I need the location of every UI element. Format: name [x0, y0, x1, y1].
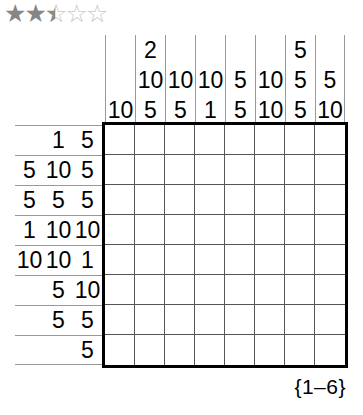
grid-cell-r8c7[interactable]	[285, 335, 315, 365]
grid-cell-r5c1[interactable]	[105, 245, 135, 275]
grid-cell-r1c8[interactable]	[315, 125, 345, 155]
row-clue-3: 555	[15, 185, 105, 215]
column-clue-6: 1010	[255, 35, 285, 125]
row-clue-2: 5105	[15, 155, 105, 185]
row-clue-cell: 5	[15, 156, 44, 185]
column-clue-4: 101	[195, 35, 225, 125]
star-empty-icon: ☆	[66, 1, 87, 27]
column-clue-cell	[196, 35, 225, 65]
column-clue-cell: 10	[256, 95, 285, 125]
row-clue-cell: 10	[44, 156, 73, 185]
column-clue-cell: 2	[136, 35, 165, 65]
grid-cell-r8c3[interactable]	[165, 335, 195, 365]
puzzle-grid	[102, 122, 348, 368]
column-clue-cell	[256, 35, 285, 65]
grid-cell-r2c1[interactable]	[105, 155, 135, 185]
grid-cell-r3c4[interactable]	[195, 185, 225, 215]
grid-cell-r1c1[interactable]	[105, 125, 135, 155]
grid-cell-r7c2[interactable]	[135, 305, 165, 335]
row-clue-cell: 5	[73, 126, 102, 155]
grid-cell-r2c2[interactable]	[135, 155, 165, 185]
row-clue-cell: 5	[44, 186, 73, 215]
column-clue-cell: 5	[136, 95, 165, 125]
grid-cell-r8c8[interactable]	[315, 335, 345, 365]
column-clue-cell	[106, 65, 135, 95]
column-clue-5: 55	[225, 35, 255, 125]
grid-cell-r1c3[interactable]	[165, 125, 195, 155]
row-clue-cell: 5	[15, 186, 44, 215]
column-clue-cell: 5	[286, 95, 315, 125]
row-clue-cell: 10	[73, 216, 102, 245]
column-clues: 102105105101551010555510	[105, 35, 345, 125]
grid-cell-r4c6[interactable]	[255, 215, 285, 245]
column-clue-cell: 5	[226, 95, 255, 125]
column-clue-cell: 1	[196, 95, 225, 125]
grid-cell-r4c2[interactable]	[135, 215, 165, 245]
grid-cell-r4c7[interactable]	[285, 215, 315, 245]
grid-cell-r6c6[interactable]	[255, 275, 285, 305]
column-clue-3: 105	[165, 35, 195, 125]
grid-cell-r6c1[interactable]	[105, 275, 135, 305]
column-clue-cell: 10	[196, 65, 225, 95]
grid-cell-r5c4[interactable]	[195, 245, 225, 275]
column-clue-cell	[226, 35, 255, 65]
row-clue-cell: 1	[44, 126, 73, 155]
column-clue-cell: 10	[136, 65, 165, 95]
row-clues: 1551055551101010101510555	[15, 125, 105, 365]
row-clue-cell: 10	[44, 216, 73, 245]
grid-cell-r6c3[interactable]	[165, 275, 195, 305]
column-clue-cell: 10	[166, 65, 195, 95]
grid-cell-r8c5[interactable]	[225, 335, 255, 365]
row-clue-5: 10101	[15, 245, 105, 275]
grid-cell-r5c3[interactable]	[165, 245, 195, 275]
star-half-icon: ☆★	[45, 1, 66, 27]
column-clue-cell: 5	[286, 35, 315, 65]
grid-cell-r8c4[interactable]	[195, 335, 225, 365]
row-clue-cell: 5	[73, 306, 102, 335]
column-clue-8: 510	[315, 35, 345, 125]
row-clue-cell: 10	[15, 246, 44, 275]
grid-cell-r7c5[interactable]	[225, 305, 255, 335]
row-clue-cell: 5	[44, 306, 73, 335]
grid-cell-r1c5[interactable]	[225, 125, 255, 155]
column-clue-cell	[166, 35, 195, 65]
grid-cell-r2c4[interactable]	[195, 155, 225, 185]
grid-cell-r7c6[interactable]	[255, 305, 285, 335]
grid-cell-r2c7[interactable]	[285, 155, 315, 185]
grid-cell-r7c7[interactable]	[285, 305, 315, 335]
grid-cell-r2c5[interactable]	[225, 155, 255, 185]
grid-cell-r6c4[interactable]	[195, 275, 225, 305]
puzzle-page: ★★☆★☆☆ 102105105101551010555510 15510555…	[0, 0, 363, 415]
grid-cell-r3c2[interactable]	[135, 185, 165, 215]
grid-cell-r8c6[interactable]	[255, 335, 285, 365]
grid-cell-r1c6[interactable]	[255, 125, 285, 155]
star-empty-icon: ☆	[86, 1, 107, 27]
row-clue-cell: 5	[73, 156, 102, 185]
grid-cell-r6c8[interactable]	[315, 275, 345, 305]
star-filled-icon: ★	[25, 1, 46, 27]
grid-cell-r1c7[interactable]	[285, 125, 315, 155]
column-clue-cell: 5	[226, 65, 255, 95]
grid-cell-r4c5[interactable]	[225, 215, 255, 245]
grid-cell-r4c4[interactable]	[195, 215, 225, 245]
grid-cell-r1c4[interactable]	[195, 125, 225, 155]
row-clue-4: 11010	[15, 215, 105, 245]
grid-cell-r3c7[interactable]	[285, 185, 315, 215]
grid-cell-r5c5[interactable]	[225, 245, 255, 275]
grid-cell-r4c1[interactable]	[105, 215, 135, 245]
grid-cell-r1c2[interactable]	[135, 125, 165, 155]
grid-cell-r8c2[interactable]	[135, 335, 165, 365]
grid-cell-r6c2[interactable]	[135, 275, 165, 305]
grid-cell-r3c3[interactable]	[165, 185, 195, 215]
grid-cell-r7c1[interactable]	[105, 305, 135, 335]
column-clue-cell: 10	[316, 95, 344, 125]
row-clue-7: 55	[15, 305, 105, 335]
column-clue-cell: 5	[166, 95, 195, 125]
grid-cell-r6c7[interactable]	[285, 275, 315, 305]
digit-range-label: {1–6}	[294, 375, 346, 399]
row-clue-cell: 10	[44, 246, 73, 275]
column-clue-cell	[316, 35, 344, 65]
row-clue-1: 15	[15, 125, 105, 155]
grid-cell-r2c8[interactable]	[315, 155, 345, 185]
grid-cell-r5c6[interactable]	[255, 245, 285, 275]
star-filled-icon: ★	[4, 1, 25, 27]
column-clue-cell: 10	[106, 95, 135, 125]
grid-cell-r5c7[interactable]	[285, 245, 315, 275]
grid-cell-r3c1[interactable]	[105, 185, 135, 215]
grid-cell-r5c2[interactable]	[135, 245, 165, 275]
row-clue-8: 5	[15, 335, 105, 365]
column-clue-cell: 10	[256, 65, 285, 95]
grid-cell-r4c3[interactable]	[165, 215, 195, 245]
column-clue-cell: 5	[316, 65, 344, 95]
row-clue-cell: 10	[73, 276, 102, 305]
row-clue-cell: 5	[73, 336, 102, 365]
row-clue-cell: 1	[15, 216, 44, 245]
grid-cell-r4c8[interactable]	[315, 215, 345, 245]
column-clue-1: 10	[105, 35, 135, 125]
grid-cell-r6c5[interactable]	[225, 275, 255, 305]
grid-cell-r2c6[interactable]	[255, 155, 285, 185]
difficulty-rating: ★★☆★☆☆	[4, 1, 107, 27]
row-clue-cell: 1	[73, 246, 102, 275]
column-clue-cell	[106, 35, 135, 65]
grid-cell-r8c1[interactable]	[105, 335, 135, 365]
row-clue-6: 510	[15, 275, 105, 305]
column-clue-2: 2105	[135, 35, 165, 125]
grid-cell-r2c3[interactable]	[165, 155, 195, 185]
row-clue-cell: 5	[73, 186, 102, 215]
row-clue-cell: 5	[44, 276, 73, 305]
grid-cell-r3c5[interactable]	[225, 185, 255, 215]
grid-cell-r3c6[interactable]	[255, 185, 285, 215]
grid-cell-r7c3[interactable]	[165, 305, 195, 335]
grid-cell-r5c8[interactable]	[315, 245, 345, 275]
grid-cell-r7c8[interactable]	[315, 305, 345, 335]
grid-cell-r7c4[interactable]	[195, 305, 225, 335]
column-clue-7: 555	[285, 35, 315, 125]
column-clue-cell: 5	[286, 65, 315, 95]
grid-cell-r3c8[interactable]	[315, 185, 345, 215]
